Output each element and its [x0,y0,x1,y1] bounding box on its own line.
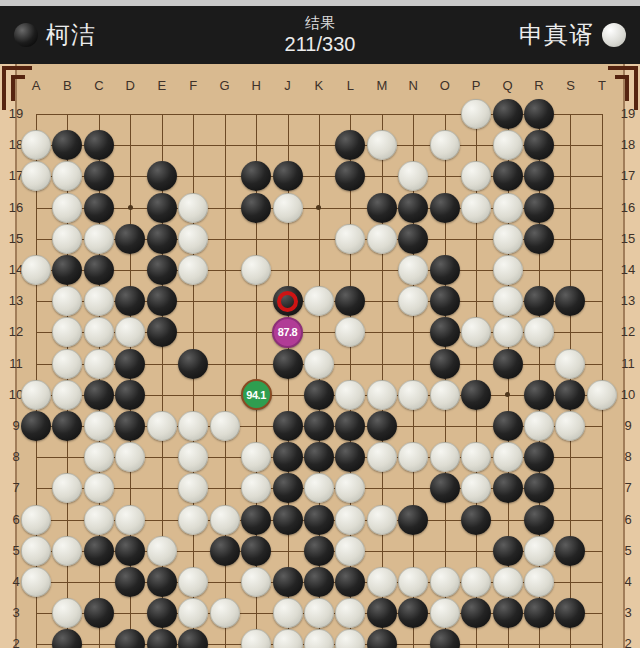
white-stone[interactable] [210,411,240,441]
white-stone[interactable] [241,473,271,503]
black-stone[interactable] [335,130,365,160]
column-label: D [118,78,142,93]
black-stone[interactable] [241,536,271,566]
white-stone[interactable] [335,629,365,648]
white-stone[interactable] [304,473,334,503]
black-stone[interactable] [493,536,523,566]
row-label-right: 14 [615,262,640,277]
black-stone[interactable] [147,567,177,597]
black-stone[interactable] [430,255,460,285]
white-stone[interactable] [430,442,460,472]
black-stone[interactable] [335,161,365,191]
black-stone[interactable] [52,411,82,441]
black-stone[interactable] [52,255,82,285]
black-stone[interactable] [555,598,585,628]
black-stone[interactable] [273,473,303,503]
column-label: E [150,78,174,93]
row-label-left: 19 [3,106,29,121]
black-stone[interactable] [398,598,428,628]
white-stone[interactable] [52,193,82,223]
black-stone[interactable] [178,349,208,379]
white-player-name: 申真谞 [519,19,594,51]
black-stone[interactable] [304,505,334,535]
white-stone[interactable] [52,473,82,503]
white-stone[interactable] [21,161,51,191]
black-stone[interactable] [524,380,554,410]
white-stone[interactable] [210,505,240,535]
column-label: M [370,78,394,93]
white-stone[interactable] [398,567,428,597]
winrate-badge[interactable]: 87.8 [272,317,303,348]
black-stone[interactable] [493,411,523,441]
white-stone[interactable] [587,380,617,410]
white-stone[interactable] [178,255,208,285]
white-stone[interactable] [524,317,554,347]
white-stone[interactable] [178,411,208,441]
black-stone[interactable] [273,442,303,472]
black-stone[interactable] [398,224,428,254]
white-stone[interactable] [524,536,554,566]
white-stone[interactable] [178,224,208,254]
white-stone[interactable] [304,629,334,648]
white-stone[interactable] [461,567,491,597]
white-stone[interactable] [304,349,334,379]
white-stone[interactable] [430,380,460,410]
white-stone[interactable] [461,442,491,472]
white-stone[interactable] [84,411,114,441]
black-stone[interactable] [52,629,82,648]
black-stone[interactable] [524,161,554,191]
black-stone[interactable] [304,442,334,472]
star-point [316,205,321,210]
star-point [128,205,133,210]
go-board[interactable]: ABCDEFGHJKLMNOPQRST191918181717161615151… [0,64,640,648]
go-review-app: { "game": "go", "header": { "black_playe… [0,0,640,648]
white-stone[interactable] [461,161,491,191]
white-stone[interactable] [398,380,428,410]
row-label-right: 7 [615,480,640,495]
white-player[interactable]: 申真谞 [505,19,640,51]
black-stone[interactable] [493,598,523,628]
column-label: F [181,78,205,93]
row-label-right: 10 [615,387,640,402]
white-stone[interactable] [335,380,365,410]
black-stone[interactable] [367,629,397,648]
row-label-right: 15 [615,231,640,246]
row-label-left: 15 [3,231,29,246]
white-stone[interactable] [178,193,208,223]
white-stone[interactable] [84,349,114,379]
black-stone[interactable] [493,349,523,379]
white-stone[interactable] [398,161,428,191]
white-stone[interactable] [335,536,365,566]
black-stone[interactable] [273,567,303,597]
row-label-right: 11 [615,356,640,371]
black-stone[interactable] [84,598,114,628]
white-stone[interactable] [430,130,460,160]
black-stone[interactable] [461,505,491,535]
white-stone[interactable] [210,598,240,628]
column-label: C [87,78,111,93]
black-stone[interactable] [147,317,177,347]
black-stone[interactable] [461,598,491,628]
black-stone[interactable] [241,505,271,535]
column-label: P [464,78,488,93]
black-stone[interactable] [524,193,554,223]
black-stone[interactable] [147,224,177,254]
black-stone[interactable] [147,629,177,648]
white-stone[interactable] [367,130,397,160]
white-stone[interactable] [555,411,585,441]
black-stone[interactable] [147,193,177,223]
black-stone[interactable] [241,193,271,223]
white-stone-icon [602,23,626,47]
white-stone[interactable] [178,505,208,535]
black-stone[interactable] [115,536,145,566]
column-label: Q [496,78,520,93]
white-stone[interactable] [241,255,271,285]
row-label-right: 5 [615,543,640,558]
row-label-left: 16 [3,200,29,215]
column-label: J [276,78,300,93]
row-label-right: 4 [615,574,640,589]
white-stone[interactable] [367,442,397,472]
white-stone[interactable] [52,317,82,347]
black-stone-icon [14,23,38,47]
star-point [505,392,510,397]
white-stone[interactable] [304,598,334,628]
column-label: S [558,78,582,93]
white-stone[interactable] [367,224,397,254]
last-move-marker [277,291,298,312]
black-stone[interactable] [115,567,145,597]
black-stone[interactable] [430,193,460,223]
black-stone[interactable] [84,536,114,566]
row-label-right: 3 [615,605,640,620]
white-stone[interactable] [461,317,491,347]
row-label-right: 17 [615,168,640,183]
white-stone[interactable] [21,130,51,160]
row-label-left: 11 [3,356,29,371]
white-stone[interactable] [461,193,491,223]
black-stone[interactable] [115,380,145,410]
app-header: 柯洁 申真谞 [0,6,640,64]
black-stone[interactable] [84,130,114,160]
black-stone[interactable] [524,442,554,472]
row-label-right: 8 [615,449,640,464]
black-stone[interactable] [178,629,208,648]
white-stone[interactable] [335,473,365,503]
black-stone[interactable] [335,567,365,597]
black-stone[interactable] [367,193,397,223]
black-stone[interactable] [115,629,145,648]
white-stone[interactable] [84,317,114,347]
black-stone[interactable] [273,505,303,535]
white-stone[interactable] [241,442,271,472]
black-stone[interactable] [115,224,145,254]
white-stone[interactable] [493,193,523,223]
black-stone[interactable] [115,286,145,316]
white-stone[interactable] [335,224,365,254]
white-stone[interactable] [461,473,491,503]
white-stone[interactable] [178,442,208,472]
white-stone[interactable] [84,505,114,535]
white-stone[interactable] [115,317,145,347]
white-stone[interactable] [398,255,428,285]
black-stone[interactable] [273,411,303,441]
white-stone[interactable] [52,349,82,379]
row-label-right: 13 [615,293,640,308]
white-stone[interactable] [52,161,82,191]
black-stone[interactable] [430,286,460,316]
black-stone[interactable] [304,536,334,566]
row-label-right: 16 [615,200,640,215]
black-stone[interactable] [84,161,114,191]
white-stone[interactable] [524,567,554,597]
black-stone[interactable] [335,411,365,441]
white-stone[interactable] [241,567,271,597]
row-label-left: 2 [3,636,29,648]
black-stone[interactable] [555,536,585,566]
black-stone[interactable] [84,255,114,285]
black-stone[interactable] [367,411,397,441]
white-stone[interactable] [524,411,554,441]
white-stone[interactable] [273,598,303,628]
white-stone[interactable] [178,567,208,597]
white-stone[interactable] [555,349,585,379]
column-label: G [213,78,237,93]
white-stone[interactable] [52,380,82,410]
white-stone[interactable] [115,442,145,472]
row-label-right: 6 [615,512,640,527]
white-stone[interactable] [21,505,51,535]
white-stone[interactable] [493,286,523,316]
white-stone[interactable] [52,536,82,566]
white-stone[interactable] [304,286,334,316]
black-stone[interactable] [461,380,491,410]
black-stone[interactable] [273,349,303,379]
white-stone[interactable] [367,380,397,410]
black-stone[interactable] [21,411,51,441]
black-stone[interactable] [147,161,177,191]
white-stone[interactable] [335,598,365,628]
white-stone[interactable] [398,286,428,316]
black-stone[interactable] [335,286,365,316]
white-stone[interactable] [493,567,523,597]
black-stone[interactable] [524,99,554,129]
black-stone[interactable] [304,567,334,597]
black-stone[interactable] [84,193,114,223]
row-label-left: 13 [3,293,29,308]
column-label: A [24,78,48,93]
row-label-right: 9 [615,418,640,433]
black-stone[interactable] [524,598,554,628]
column-label: O [433,78,457,93]
white-stone[interactable] [273,629,303,648]
white-stone[interactable] [367,567,397,597]
black-player[interactable]: 柯洁 [0,19,110,51]
row-label-left: 3 [3,605,29,620]
white-stone[interactable] [367,505,397,535]
black-stone[interactable] [398,193,428,223]
black-stone[interactable] [147,598,177,628]
black-stone[interactable] [304,411,334,441]
column-label: B [55,78,79,93]
winrate-badge[interactable]: 94.1 [241,379,272,410]
white-stone[interactable] [430,567,460,597]
white-stone[interactable] [21,255,51,285]
black-stone[interactable] [493,473,523,503]
row-label-left: 7 [3,480,29,495]
black-stone[interactable] [210,536,240,566]
black-stone[interactable] [84,380,114,410]
black-stone[interactable] [273,161,303,191]
black-stone[interactable] [241,161,271,191]
white-stone[interactable] [493,317,523,347]
white-stone[interactable] [84,473,114,503]
white-stone[interactable] [398,442,428,472]
white-stone[interactable] [52,286,82,316]
white-stone[interactable] [84,224,114,254]
white-stone[interactable] [493,255,523,285]
white-stone[interactable] [241,629,271,648]
black-stone[interactable] [430,473,460,503]
black-stone[interactable] [147,255,177,285]
white-stone[interactable] [178,598,208,628]
column-label: H [244,78,268,93]
black-stone[interactable] [367,598,397,628]
white-stone[interactable] [493,442,523,472]
black-stone[interactable] [398,505,428,535]
black-stone[interactable] [147,286,177,316]
grid-line-v [225,114,226,648]
white-stone[interactable] [493,130,523,160]
row-label-right: 18 [615,137,640,152]
black-stone[interactable] [524,505,554,535]
black-stone[interactable] [430,317,460,347]
white-stone[interactable] [115,505,145,535]
white-stone[interactable] [52,598,82,628]
row-label-right: 19 [615,106,640,121]
white-stone[interactable] [493,224,523,254]
row-label-right: 2 [615,636,640,648]
white-stone[interactable] [84,286,114,316]
black-stone[interactable] [524,286,554,316]
white-stone[interactable] [430,598,460,628]
black-stone[interactable] [304,380,334,410]
row-label-left: 8 [3,449,29,464]
row-label-right: 12 [615,324,640,339]
white-stone[interactable] [21,567,51,597]
column-label: R [527,78,551,93]
black-stone[interactable] [430,349,460,379]
black-player-name: 柯洁 [46,19,96,51]
black-stone[interactable] [524,473,554,503]
white-stone[interactable] [52,224,82,254]
column-label: L [338,78,362,93]
column-label: K [307,78,331,93]
black-stone[interactable] [555,286,585,316]
black-stone[interactable] [115,349,145,379]
black-stone[interactable] [52,130,82,160]
black-stone[interactable] [430,629,460,648]
column-label: N [401,78,425,93]
white-stone[interactable] [147,411,177,441]
black-stone[interactable] [524,224,554,254]
white-stone[interactable] [335,505,365,535]
white-stone[interactable] [335,317,365,347]
white-stone[interactable] [178,473,208,503]
black-stone[interactable] [115,411,145,441]
black-stone[interactable] [493,99,523,129]
black-stone[interactable] [555,380,585,410]
white-stone[interactable] [273,193,303,223]
white-stone[interactable] [147,536,177,566]
white-stone[interactable] [21,536,51,566]
black-stone[interactable] [493,161,523,191]
white-stone[interactable] [21,380,51,410]
black-stone[interactable] [524,130,554,160]
column-label: T [590,78,614,93]
white-stone[interactable] [84,442,114,472]
white-stone[interactable] [461,99,491,129]
black-stone[interactable] [335,442,365,472]
row-label-left: 12 [3,324,29,339]
